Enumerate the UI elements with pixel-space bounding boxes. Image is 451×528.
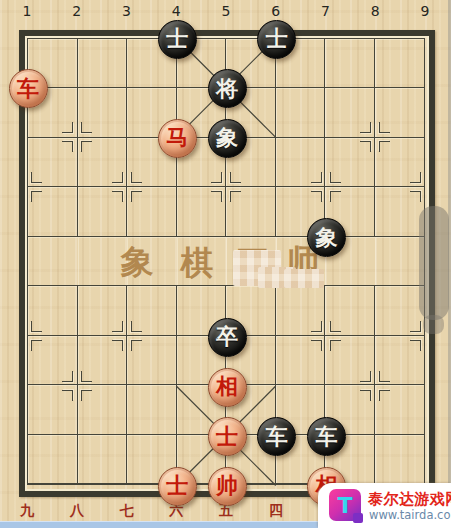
point-marker-corner [81,122,92,133]
point-marker-corner [112,172,123,183]
point-marker-corner [330,340,341,351]
point-marker-corner [230,191,241,202]
point-marker-corner [379,390,390,401]
point-marker-corner [379,371,390,382]
piece-black-chariot[interactable]: 车 [307,417,346,456]
point-marker-corner [62,141,73,152]
piece-black-advisor[interactable]: 士 [257,20,296,59]
xiangqi-game-window: 123456789 九八七六五四 象棋巫师 士士将车马象象卒相士车车士帅相 T … [0,0,451,528]
point-marker-corner [311,340,322,351]
point-marker-corner [360,390,371,401]
piece-black-soldier[interactable]: 卒 [208,318,247,357]
point-marker-corner [112,321,123,332]
point-marker-corner [81,141,92,152]
point-marker-corner [410,191,421,202]
piece-red-general[interactable]: 帅 [208,467,247,506]
point-marker-corner [360,371,371,382]
point-marker-corner [311,172,322,183]
piece-black-advisor[interactable]: 士 [158,20,197,59]
point-marker-corner [330,321,341,332]
piece-black-elephant[interactable]: 象 [208,119,247,158]
point-marker-corner [410,172,421,183]
tairda-logo-icon: T [329,489,361,521]
piece-black-general[interactable]: 将 [208,69,247,108]
river-text-char: 棋 [181,241,214,286]
blurred-side-watermark [419,206,449,320]
point-marker-corner [410,321,421,332]
point-marker-corner [31,340,42,351]
site-url: www.tairda.com [369,508,451,522]
point-marker-corner [311,191,322,202]
river-text-char: 象 [121,240,154,285]
point-marker-corner [330,191,341,202]
point-marker-corner [112,340,123,351]
piece-red-elephant[interactable]: 相 [208,368,247,407]
point-marker-corner [360,122,371,133]
point-marker-corner [31,191,42,202]
point-marker-corner [131,321,142,332]
logo-letter: T [337,493,352,518]
point-marker-corner [62,390,73,401]
site-watermark: T 泰尔达游戏网 www.tairda.com [318,483,451,528]
point-marker-corner [211,191,222,202]
point-marker-corner [311,321,322,332]
point-marker-corner [31,321,42,332]
piece-red-advisor[interactable]: 士 [158,467,197,506]
point-marker-corner [330,172,341,183]
point-marker-corner [131,191,142,202]
point-marker-corner [230,172,241,183]
piece-red-chariot[interactable]: 车 [9,69,48,108]
point-marker-corner [410,340,421,351]
censor-patch [284,269,324,288]
point-marker-corner [31,172,42,183]
blurred-side-watermark-tail [423,315,444,334]
piece-red-horse[interactable]: 马 [158,119,197,158]
point-marker-corner [62,122,73,133]
point-marker-corner [131,172,142,183]
point-marker-corner [112,191,123,202]
point-marker-corner [62,371,73,382]
piece-red-advisor[interactable]: 士 [208,417,247,456]
site-name: 泰尔达游戏网 [368,490,451,509]
point-marker-corner [81,371,92,382]
point-marker-corner [379,141,390,152]
point-marker-corner [379,122,390,133]
point-marker-corner [131,340,142,351]
point-marker-corner [81,390,92,401]
point-marker-corner [211,172,222,183]
point-marker-corner [360,141,371,152]
